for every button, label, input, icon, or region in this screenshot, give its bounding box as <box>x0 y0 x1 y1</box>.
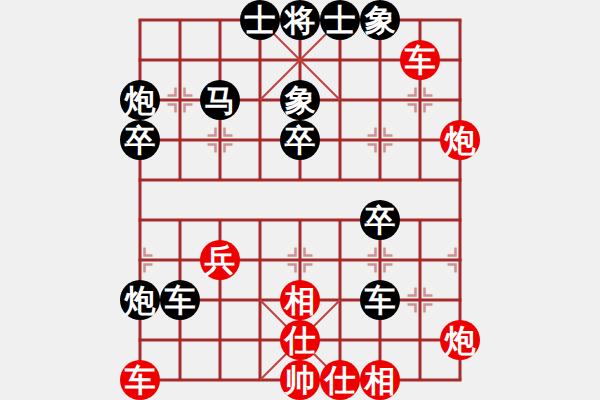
piece-black-elephant[interactable]: 象 <box>280 80 320 120</box>
piece-red-advisor[interactable]: 仕 <box>320 360 360 400</box>
piece-red-cannon[interactable]: 炮 <box>440 320 480 360</box>
piece-black-chariot[interactable]: 车 <box>160 280 200 320</box>
piece-black-soldier[interactable]: 卒 <box>120 120 160 160</box>
piece-black-elephant[interactable]: 象 <box>360 0 400 40</box>
piece-black-cannon[interactable]: 炮 <box>120 80 160 120</box>
piece-red-advisor[interactable]: 仕 <box>280 320 320 360</box>
piece-red-cannon[interactable]: 炮 <box>440 120 480 160</box>
piece-red-chariot[interactable]: 车 <box>400 40 440 80</box>
piece-black-soldier[interactable]: 卒 <box>280 120 320 160</box>
piece-red-soldier[interactable]: 兵 <box>200 240 240 280</box>
piece-black-soldier[interactable]: 卒 <box>360 200 400 240</box>
piece-red-general[interactable]: 帅 <box>280 360 320 400</box>
pieces-layer: 士将士象炮马象卒卒卒炮车车车炮兵相仕炮车帅仕相 <box>0 0 600 400</box>
xiangqi-app: 士将士象炮马象卒卒卒炮车车车炮兵相仕炮车帅仕相 <box>0 0 600 400</box>
piece-black-advisor[interactable]: 士 <box>320 0 360 40</box>
piece-black-horse[interactable]: 马 <box>200 80 240 120</box>
piece-black-chariot[interactable]: 车 <box>360 280 400 320</box>
piece-black-cannon[interactable]: 炮 <box>120 280 160 320</box>
piece-black-advisor[interactable]: 士 <box>240 0 280 40</box>
piece-red-elephant[interactable]: 相 <box>360 360 400 400</box>
piece-black-general[interactable]: 将 <box>280 0 320 40</box>
piece-red-elephant[interactable]: 相 <box>280 280 320 320</box>
piece-red-chariot[interactable]: 车 <box>120 360 160 400</box>
